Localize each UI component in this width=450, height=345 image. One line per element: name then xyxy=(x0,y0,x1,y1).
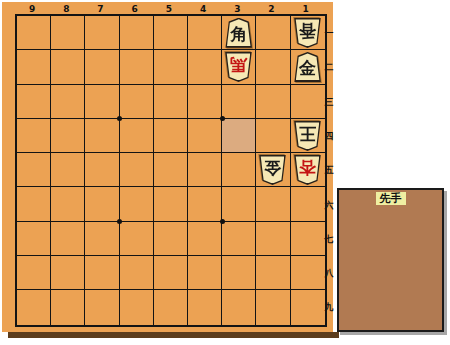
board-cell-8e[interactable] xyxy=(51,153,85,187)
board-cell-6h[interactable] xyxy=(120,256,154,290)
sente-gold-1b[interactable]: 金 xyxy=(294,52,321,82)
piece-kanji: 金 xyxy=(299,60,316,77)
board-cell-8c[interactable] xyxy=(51,85,85,119)
board-cell-4a[interactable] xyxy=(188,16,222,50)
board-cell-5i[interactable] xyxy=(154,290,188,324)
board-cell-8h[interactable] xyxy=(51,256,85,290)
board-cell-3f[interactable] xyxy=(222,187,256,221)
piece-kanji: 角 xyxy=(230,26,247,43)
piece-face: 金 xyxy=(261,156,285,183)
board-cell-2f[interactable] xyxy=(256,187,290,221)
piece-face: 王 xyxy=(296,122,320,149)
board-cell-9g[interactable] xyxy=(17,222,51,256)
board-cell-5d[interactable] xyxy=(154,119,188,153)
board-cell-1a[interactable]: 香 xyxy=(291,16,325,50)
board-cell-6b[interactable] xyxy=(120,50,154,84)
board-cell-6i[interactable] xyxy=(120,290,154,324)
sente-komadai: 先手 xyxy=(337,188,444,332)
board-cell-1d[interactable]: 王 xyxy=(291,119,325,153)
board-cell-9h[interactable] xyxy=(17,256,51,290)
board-cell-5b[interactable] xyxy=(154,50,188,84)
board-cell-2i[interactable] xyxy=(256,290,290,324)
board-cell-7f[interactable] xyxy=(85,187,119,221)
board-cell-5f[interactable] xyxy=(154,187,188,221)
board-cell-8i[interactable] xyxy=(51,290,85,324)
board-cell-9a[interactable] xyxy=(17,16,51,50)
board-cell-2h[interactable] xyxy=(256,256,290,290)
board-cell-8f[interactable] xyxy=(51,187,85,221)
board-cell-7i[interactable] xyxy=(85,290,119,324)
board-cell-2c[interactable] xyxy=(256,85,290,119)
board-cell-6g[interactable] xyxy=(120,222,154,256)
board-cell-3g[interactable] xyxy=(222,222,256,256)
board-cell-1g[interactable] xyxy=(291,222,325,256)
board-cell-3c[interactable] xyxy=(222,85,256,119)
board-cell-7c[interactable] xyxy=(85,85,119,119)
board-cell-1c[interactable] xyxy=(291,85,325,119)
board-grid: 角香馬金王金杏 xyxy=(15,14,327,327)
board-cell-9c[interactable] xyxy=(17,85,51,119)
gote-gold-2e[interactable]: 金 xyxy=(259,155,286,185)
board-cell-2a[interactable] xyxy=(256,16,290,50)
board-cell-1f[interactable] xyxy=(291,187,325,221)
board-cell-3a[interactable]: 角 xyxy=(222,16,256,50)
board-cell-9d[interactable] xyxy=(17,119,51,153)
piece-kanji: 王 xyxy=(299,125,316,142)
piece-kanji: 香 xyxy=(299,22,316,39)
board-cell-8b[interactable] xyxy=(51,50,85,84)
board-cell-6f[interactable] xyxy=(120,187,154,221)
piece-face: 金 xyxy=(296,53,320,80)
piece-kanji: 杏 xyxy=(299,159,316,176)
board-cell-3i[interactable] xyxy=(222,290,256,324)
gote-king-1d[interactable]: 王 xyxy=(294,121,321,151)
board-cell-6a[interactable] xyxy=(120,16,154,50)
board-cell-5a[interactable] xyxy=(154,16,188,50)
board-cell-7d[interactable] xyxy=(85,119,119,153)
board-cell-3h[interactable] xyxy=(222,256,256,290)
board-cell-8d[interactable] xyxy=(51,119,85,153)
piece-kanji: 金 xyxy=(264,159,281,176)
board-cell-4b[interactable] xyxy=(188,50,222,84)
board-shadow xyxy=(8,332,339,338)
board-cell-4h[interactable] xyxy=(188,256,222,290)
board-cell-8a[interactable] xyxy=(51,16,85,50)
board-cell-3b[interactable]: 馬 xyxy=(222,50,256,84)
piece-kanji: 馬 xyxy=(230,56,247,73)
board-cell-2d[interactable] xyxy=(256,119,290,153)
piece-face: 香 xyxy=(296,19,320,46)
gote-promoted-lance-1e[interactable]: 杏 xyxy=(294,155,321,185)
board-cell-4f[interactable] xyxy=(188,187,222,221)
board-cell-7b[interactable] xyxy=(85,50,119,84)
board-cell-8g[interactable] xyxy=(51,222,85,256)
board-cell-1i[interactable] xyxy=(291,290,325,324)
sente-bishop-3a[interactable]: 角 xyxy=(225,18,252,48)
board-cell-2e[interactable]: 金 xyxy=(256,153,290,187)
piece-face: 杏 xyxy=(296,156,320,183)
board-cell-9f[interactable] xyxy=(17,187,51,221)
board-cell-5g[interactable] xyxy=(154,222,188,256)
piece-face: 馬 xyxy=(227,53,251,80)
last-move-highlight[interactable] xyxy=(222,119,256,153)
board-cell-1h[interactable] xyxy=(291,256,325,290)
board-cell-9b[interactable] xyxy=(17,50,51,84)
board-cell-5h[interactable] xyxy=(154,256,188,290)
board-cell-4e[interactable] xyxy=(188,153,222,187)
board-cell-6d[interactable] xyxy=(120,119,154,153)
board-cell-2g[interactable] xyxy=(256,222,290,256)
piece-face: 角 xyxy=(227,19,251,46)
board-cell-4c[interactable] xyxy=(188,85,222,119)
gote-lance-1a[interactable]: 香 xyxy=(294,18,321,48)
board-cell-5c[interactable] xyxy=(154,85,188,119)
board-cell-4i[interactable] xyxy=(188,290,222,324)
board-cell-9e[interactable] xyxy=(17,153,51,187)
board-cell-6c[interactable] xyxy=(120,85,154,119)
board-cell-7h[interactable] xyxy=(85,256,119,290)
board-cell-5e[interactable] xyxy=(154,153,188,187)
sente-label: 先手 xyxy=(376,192,406,205)
board-cell-1b[interactable]: 金 xyxy=(291,50,325,84)
board-cell-1e[interactable]: 杏 xyxy=(291,153,325,187)
board-cell-6e[interactable] xyxy=(120,153,154,187)
board-cell-7a[interactable] xyxy=(85,16,119,50)
board-cell-4g[interactable] xyxy=(188,222,222,256)
board-cell-4d[interactable] xyxy=(188,119,222,153)
board-cell-9i[interactable] xyxy=(17,290,51,324)
board-cell-7e[interactable] xyxy=(85,153,119,187)
gote-promoted-bishop-3b[interactable]: 馬 xyxy=(225,52,252,82)
board-cell-3e[interactable] xyxy=(222,153,256,187)
board-cell-7g[interactable] xyxy=(85,222,119,256)
board-cell-2b[interactable] xyxy=(256,50,290,84)
